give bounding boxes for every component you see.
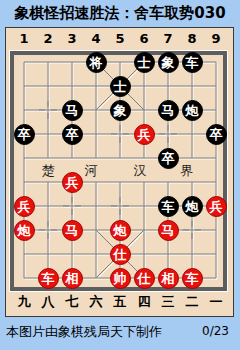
xiangqi-piece-red-horse[interactable]: 马 [158, 220, 179, 241]
xiangqi-piece-black-chariot[interactable]: 车 [182, 52, 203, 73]
xiangqi-piece-black-horse[interactable]: 马 [62, 100, 83, 121]
page: 象棋怪招速胜法：舍车取势030 本图片由象棋残局天下制作 0/23 123456… [0, 0, 240, 350]
xiangqi-piece-red-elephant[interactable]: 相 [62, 268, 83, 289]
column-label: 3 [60, 31, 84, 47]
xiangqi-piece-red-soldier[interactable]: 兵 [62, 172, 83, 193]
row-label: 一 [204, 294, 228, 310]
xiangqi-piece-black-soldier[interactable]: 卒 [206, 124, 227, 145]
river-label: 楚 [38, 163, 58, 179]
xiangqi-piece-red-advisor[interactable]: 仕 [110, 244, 131, 265]
xiangqi-piece-black-cannon[interactable]: 炮 [182, 100, 203, 121]
xiangqi-piece-black-advisor[interactable]: 士 [110, 76, 131, 97]
xiangqi-piece-red-soldier[interactable]: 兵 [206, 196, 227, 217]
column-label: 6 [132, 31, 156, 47]
xiangqi-piece-black-cannon[interactable]: 炮 [182, 196, 203, 217]
row-label: 九 [12, 294, 36, 310]
river-label: 河 [81, 163, 101, 179]
xiangqi-piece-black-chariot[interactable]: 车 [158, 196, 179, 217]
xiangqi-piece-red-chariot[interactable]: 车 [182, 268, 203, 289]
xiangqi-piece-red-soldier[interactable]: 兵 [14, 196, 35, 217]
xiangqi-piece-red-elephant[interactable]: 相 [158, 268, 179, 289]
xiangqi-piece-black-horse[interactable]: 马 [158, 100, 179, 121]
xiangqi-piece-black-elephant[interactable]: 象 [110, 100, 131, 121]
xiangqi-piece-red-general[interactable]: 帅 [110, 268, 131, 289]
column-label: 4 [84, 31, 108, 47]
river-label: 界 [177, 163, 197, 179]
row-label: 五 [108, 294, 132, 310]
row-label: 二 [180, 294, 204, 310]
column-label: 2 [36, 31, 60, 47]
xiangqi-piece-red-cannon[interactable]: 炮 [14, 220, 35, 241]
row-label: 六 [84, 294, 108, 310]
xiangqi-piece-red-advisor[interactable]: 仕 [134, 268, 155, 289]
xiangqi-piece-black-soldier[interactable]: 卒 [14, 124, 35, 145]
page-title: 象棋怪招速胜法：舍车取势030 [0, 0, 240, 26]
river-label: 汉 [130, 163, 150, 179]
xiangqi-piece-red-soldier[interactable]: 兵 [134, 124, 155, 145]
xiangqi-piece-red-horse[interactable]: 马 [62, 220, 83, 241]
footer-caption: 本图片由象棋残局天下制作 [6, 323, 162, 341]
xiangqi-piece-black-elephant[interactable]: 象 [158, 52, 179, 73]
column-label: 5 [108, 31, 132, 47]
move-counter: 0/23 [202, 324, 229, 338]
xiangqi-piece-black-advisor[interactable]: 士 [134, 52, 155, 73]
column-label: 8 [180, 31, 204, 47]
column-label: 9 [204, 31, 228, 47]
row-label: 三 [156, 294, 180, 310]
xiangqi-piece-red-chariot[interactable]: 车 [38, 268, 59, 289]
xiangqi-piece-red-cannon[interactable]: 炮 [110, 220, 131, 241]
row-label: 四 [132, 294, 156, 310]
xiangqi-piece-black-soldier[interactable]: 卒 [158, 148, 179, 169]
column-label: 1 [12, 31, 36, 47]
column-label: 7 [156, 31, 180, 47]
row-label: 八 [36, 294, 60, 310]
row-label: 七 [60, 294, 84, 310]
xiangqi-piece-black-general[interactable]: 将 [86, 52, 107, 73]
xiangqi-piece-black-soldier[interactable]: 卒 [62, 124, 83, 145]
